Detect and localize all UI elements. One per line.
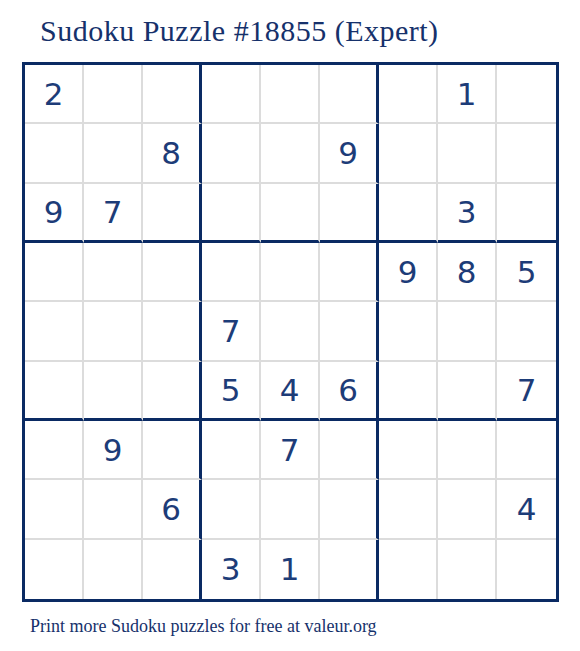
cell-r2c6[interactable]: 9: [320, 124, 379, 183]
cell-r8c3[interactable]: 6: [143, 480, 202, 539]
cell-r6c2[interactable]: [84, 362, 143, 421]
cell-r4c8[interactable]: 8: [438, 243, 497, 302]
cell-r4c3[interactable]: [143, 243, 202, 302]
cell-r7c6[interactable]: [320, 421, 379, 480]
cell-r2c9[interactable]: [497, 124, 556, 183]
cell-r4c2[interactable]: [84, 243, 143, 302]
cell-r9c2[interactable]: [84, 540, 143, 599]
cell-r8c5[interactable]: [261, 480, 320, 539]
cell-r1c6[interactable]: [320, 65, 379, 124]
cell-r1c5[interactable]: [261, 65, 320, 124]
cell-r5c3[interactable]: [143, 302, 202, 361]
cell-r7c1[interactable]: [25, 421, 84, 480]
cell-r4c6[interactable]: [320, 243, 379, 302]
cell-r5c6[interactable]: [320, 302, 379, 361]
cell-r7c9[interactable]: [497, 421, 556, 480]
cell-r1c1[interactable]: 2: [25, 65, 84, 124]
cell-r2c5[interactable]: [261, 124, 320, 183]
cell-r1c9[interactable]: [497, 65, 556, 124]
cell-r6c1[interactable]: [25, 362, 84, 421]
cell-r3c1[interactable]: 9: [25, 184, 84, 243]
cell-r6c6[interactable]: 6: [320, 362, 379, 421]
cell-r4c4[interactable]: [202, 243, 261, 302]
cell-r1c3[interactable]: [143, 65, 202, 124]
cell-r2c8[interactable]: [438, 124, 497, 183]
sudoku-page: Sudoku Puzzle #18855 (Expert) 2189973985…: [0, 0, 580, 651]
cell-r3c7[interactable]: [379, 184, 438, 243]
cell-r6c4[interactable]: 5: [202, 362, 261, 421]
cell-r3c6[interactable]: [320, 184, 379, 243]
cell-r4c5[interactable]: [261, 243, 320, 302]
cell-r2c2[interactable]: [84, 124, 143, 183]
cell-r9c8[interactable]: [438, 540, 497, 599]
page-title: Sudoku Puzzle #18855 (Expert): [40, 14, 439, 48]
cell-r1c7[interactable]: [379, 65, 438, 124]
cell-r8c8[interactable]: [438, 480, 497, 539]
cell-r1c4[interactable]: [202, 65, 261, 124]
cell-r7c2[interactable]: 9: [84, 421, 143, 480]
cell-r3c2[interactable]: 7: [84, 184, 143, 243]
cell-r9c6[interactable]: [320, 540, 379, 599]
cell-r5c4[interactable]: 7: [202, 302, 261, 361]
cell-r4c9[interactable]: 5: [497, 243, 556, 302]
cell-r5c5[interactable]: [261, 302, 320, 361]
cell-r7c4[interactable]: [202, 421, 261, 480]
cell-r4c1[interactable]: [25, 243, 84, 302]
cell-r9c3[interactable]: [143, 540, 202, 599]
cell-r8c9[interactable]: 4: [497, 480, 556, 539]
cell-r4c7[interactable]: 9: [379, 243, 438, 302]
cell-r2c7[interactable]: [379, 124, 438, 183]
cell-r2c1[interactable]: [25, 124, 84, 183]
cell-r9c7[interactable]: [379, 540, 438, 599]
cell-r1c8[interactable]: 1: [438, 65, 497, 124]
cell-r2c4[interactable]: [202, 124, 261, 183]
cell-r6c8[interactable]: [438, 362, 497, 421]
cell-r7c7[interactable]: [379, 421, 438, 480]
cell-r5c9[interactable]: [497, 302, 556, 361]
cell-r3c5[interactable]: [261, 184, 320, 243]
cell-r9c5[interactable]: 1: [261, 540, 320, 599]
cell-r9c1[interactable]: [25, 540, 84, 599]
cell-r8c7[interactable]: [379, 480, 438, 539]
cell-r2c3[interactable]: 8: [143, 124, 202, 183]
cell-r3c9[interactable]: [497, 184, 556, 243]
cell-r6c7[interactable]: [379, 362, 438, 421]
cell-r6c5[interactable]: 4: [261, 362, 320, 421]
cell-r8c4[interactable]: [202, 480, 261, 539]
cell-r5c7[interactable]: [379, 302, 438, 361]
cell-r8c6[interactable]: [320, 480, 379, 539]
cell-r3c4[interactable]: [202, 184, 261, 243]
cell-r1c2[interactable]: [84, 65, 143, 124]
cell-r8c1[interactable]: [25, 480, 84, 539]
cell-r6c9[interactable]: 7: [497, 362, 556, 421]
cell-r7c8[interactable]: [438, 421, 497, 480]
cell-r5c8[interactable]: [438, 302, 497, 361]
cell-r3c8[interactable]: 3: [438, 184, 497, 243]
cell-r7c3[interactable]: [143, 421, 202, 480]
cell-r6c3[interactable]: [143, 362, 202, 421]
cell-r9c9[interactable]: [497, 540, 556, 599]
cell-r9c4[interactable]: 3: [202, 540, 261, 599]
cell-r3c3[interactable]: [143, 184, 202, 243]
cell-r8c2[interactable]: [84, 480, 143, 539]
footer-text: Print more Sudoku puzzles for free at va…: [30, 616, 377, 637]
sudoku-board: 218997398575467976431: [22, 62, 559, 602]
cell-r7c5[interactable]: 7: [261, 421, 320, 480]
cell-r5c1[interactable]: [25, 302, 84, 361]
cell-r5c2[interactable]: [84, 302, 143, 361]
